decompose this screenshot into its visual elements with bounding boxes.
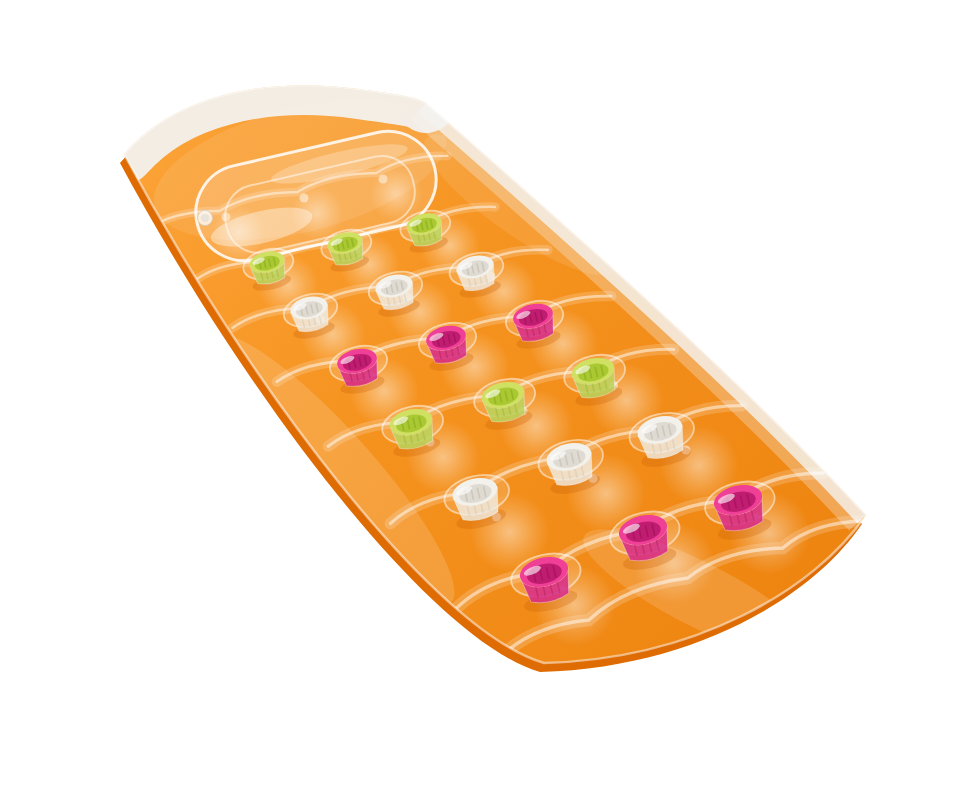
inflation-valve bbox=[198, 211, 213, 226]
pool-float-illustration bbox=[0, 0, 980, 800]
product-photo-canvas bbox=[0, 0, 980, 800]
